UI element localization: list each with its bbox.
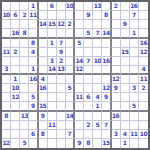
cell-r15c4[interactable]: 6 xyxy=(29,130,38,139)
cell-r12c5[interactable]: 15 xyxy=(39,102,48,111)
cell-r6c16[interactable]: 12 xyxy=(139,48,148,57)
cell-r10c3[interactable] xyxy=(20,84,29,93)
cell-r14c1[interactable] xyxy=(2,121,11,130)
cell-r7c14[interactable] xyxy=(121,57,130,66)
cell-r9c6[interactable] xyxy=(48,75,57,84)
cell-r14c13[interactable] xyxy=(112,121,121,130)
cell-r10c4[interactable] xyxy=(29,84,38,93)
cell-r15c3[interactable] xyxy=(20,130,29,139)
cell-r2c14[interactable] xyxy=(121,11,130,20)
cell-r4c14[interactable] xyxy=(121,29,130,38)
cell-r2c11[interactable] xyxy=(93,11,102,20)
cell-r10c14[interactable] xyxy=(121,84,130,93)
cell-r5c6[interactable]: 1 xyxy=(48,39,57,48)
cell-r15c10[interactable] xyxy=(84,130,93,139)
cell-r12c15[interactable]: 5 xyxy=(130,102,139,111)
cell-r5c13[interactable] xyxy=(112,39,121,48)
cell-r15c12[interactable] xyxy=(102,130,111,139)
cell-r1c3[interactable] xyxy=(20,2,29,11)
cell-r15c13[interactable]: 3 xyxy=(112,130,121,139)
cell-r8c16[interactable]: 4 xyxy=(139,66,148,75)
cell-r11c16[interactable] xyxy=(139,93,148,102)
cell-r12c14[interactable] xyxy=(121,102,130,111)
cell-r14c8[interactable] xyxy=(66,121,75,130)
cell-r1c5[interactable] xyxy=(39,2,48,11)
cell-r3c14[interactable]: 9 xyxy=(121,20,130,29)
cell-r5c3[interactable] xyxy=(20,39,29,48)
cell-r8c5[interactable] xyxy=(39,66,48,75)
cell-r4c12[interactable]: 14 xyxy=(102,29,111,38)
cell-r14c7[interactable] xyxy=(57,121,66,130)
cell-r11c5[interactable] xyxy=(39,93,48,102)
cell-r16c7[interactable] xyxy=(57,139,66,148)
cell-r5c5[interactable] xyxy=(39,39,48,48)
cell-r6c11[interactable] xyxy=(93,48,102,57)
cell-r3c15[interactable] xyxy=(130,20,139,29)
cell-r11c11[interactable]: 4 xyxy=(93,93,102,102)
cell-r16c8[interactable] xyxy=(66,139,75,148)
cell-r15c15[interactable]: 11 xyxy=(130,130,139,139)
cell-r16c10[interactable]: 8 xyxy=(84,139,93,148)
cell-r9c10[interactable] xyxy=(84,75,93,84)
cell-r3c4[interactable] xyxy=(29,20,38,29)
cell-r8c7[interactable]: 13 xyxy=(57,66,66,75)
cell-r15c7[interactable] xyxy=(57,130,66,139)
cell-r12c12[interactable] xyxy=(102,102,111,111)
cell-r5c12[interactable] xyxy=(102,39,111,48)
cell-r13c11[interactable] xyxy=(93,112,102,121)
cell-r8c13[interactable] xyxy=(112,66,121,75)
cell-r2c6[interactable] xyxy=(48,11,57,20)
cell-r9c8[interactable] xyxy=(66,75,75,84)
cell-r3c11[interactable] xyxy=(93,20,102,29)
cell-r15c16[interactable]: 10 xyxy=(139,130,148,139)
cell-r1c6[interactable]: 6 xyxy=(48,2,57,11)
cell-r14c11[interactable]: 5 xyxy=(93,121,102,130)
cell-r7c10[interactable]: 7 xyxy=(84,57,93,66)
cell-r1c2[interactable] xyxy=(11,2,20,11)
cell-r4c5[interactable] xyxy=(39,29,48,38)
cell-r16c14[interactable]: 1 xyxy=(121,139,130,148)
cell-r8c1[interactable]: 3 xyxy=(2,66,11,75)
cell-r16c12[interactable]: 15 xyxy=(102,139,111,148)
cell-r5c10[interactable] xyxy=(84,39,93,48)
cell-r4c15[interactable]: 1 xyxy=(130,29,139,38)
cell-r8c15[interactable] xyxy=(130,66,139,75)
cell-r16c13[interactable] xyxy=(112,139,121,148)
cell-r2c7[interactable] xyxy=(57,11,66,20)
cell-r12c9[interactable] xyxy=(75,102,84,111)
cell-r5c2[interactable] xyxy=(11,39,20,48)
cell-r1c15[interactable]: 16 xyxy=(130,2,139,11)
cell-r3c2[interactable] xyxy=(11,20,20,29)
cell-r11c4[interactable]: 5 xyxy=(29,93,38,102)
cell-r14c3[interactable] xyxy=(20,121,29,130)
cell-r12c3[interactable] xyxy=(20,102,29,111)
cell-r6c15[interactable] xyxy=(130,48,139,57)
cell-r13c1[interactable]: 8 xyxy=(2,112,11,121)
cell-r5c15[interactable] xyxy=(130,39,139,48)
cell-r9c13[interactable]: 12 xyxy=(112,75,121,84)
cell-r14c9[interactable] xyxy=(75,121,84,130)
cell-r10c12[interactable]: 12 xyxy=(102,84,111,93)
cell-r15c5[interactable]: 8 xyxy=(39,130,48,139)
cell-r7c8[interactable] xyxy=(66,57,75,66)
cell-r12c13[interactable] xyxy=(112,102,121,111)
cell-r1c4[interactable]: 1 xyxy=(29,2,38,11)
cell-r6c6[interactable] xyxy=(48,48,57,57)
cell-r11c15[interactable] xyxy=(130,93,139,102)
cell-r15c14[interactable]: 4 xyxy=(121,130,130,139)
cell-r9c3[interactable] xyxy=(20,75,29,84)
cell-r4c1[interactable] xyxy=(2,29,11,38)
cell-r14c14[interactable] xyxy=(121,121,130,130)
cell-r3c13[interactable] xyxy=(112,20,121,29)
cell-r5c14[interactable] xyxy=(121,39,130,48)
cell-r10c15[interactable]: 3 xyxy=(130,84,139,93)
cell-r4c2[interactable]: 16 xyxy=(11,29,20,38)
cell-r4c11[interactable]: 7 xyxy=(93,29,102,38)
cell-r15c11[interactable] xyxy=(93,130,102,139)
cell-r14c2[interactable] xyxy=(11,121,20,130)
cell-r16c15[interactable] xyxy=(130,139,139,148)
cell-r7c1[interactable] xyxy=(2,57,11,66)
cell-r9c14[interactable] xyxy=(121,75,130,84)
cell-r11c2[interactable]: 12 xyxy=(11,93,20,102)
cell-r1c10[interactable] xyxy=(84,2,93,11)
cell-r10c2[interactable]: 10 xyxy=(11,84,20,93)
cell-r12c4[interactable]: 9 xyxy=(29,102,38,111)
cell-r3c8[interactable]: 2 xyxy=(66,20,75,29)
cell-r1c1[interactable] xyxy=(2,2,11,11)
cell-r4c4[interactable] xyxy=(29,29,38,38)
cell-r2c5[interactable] xyxy=(39,11,48,20)
cell-r16c2[interactable] xyxy=(11,139,20,148)
cell-r13c15[interactable] xyxy=(130,112,139,121)
cell-r10c11[interactable] xyxy=(93,84,102,93)
cell-r11c3[interactable] xyxy=(20,93,29,102)
cell-r2c3[interactable]: 2 xyxy=(20,11,29,20)
cell-r2c1[interactable]: 10 xyxy=(2,11,11,20)
cell-r13c14[interactable] xyxy=(121,112,130,121)
cell-r9c2[interactable]: 1 xyxy=(11,75,20,84)
cell-r3c7[interactable]: 12 xyxy=(57,20,66,29)
cell-r10c5[interactable]: 16 xyxy=(39,84,48,93)
cell-r16c5[interactable] xyxy=(39,139,48,148)
cell-r11c14[interactable] xyxy=(121,93,130,102)
cell-r9c11[interactable] xyxy=(93,75,102,84)
cell-r4c10[interactable]: 5 xyxy=(84,29,93,38)
cell-r16c6[interactable] xyxy=(48,139,57,148)
cell-r11c13[interactable] xyxy=(112,93,121,102)
cell-r3c1[interactable] xyxy=(2,20,11,29)
cell-r6c2[interactable]: 2 xyxy=(11,48,20,57)
cell-r2c8[interactable] xyxy=(66,11,75,20)
cell-r13c4[interactable] xyxy=(29,112,38,121)
cell-r1c8[interactable]: 10 xyxy=(66,2,75,11)
cell-r16c3[interactable]: 5 xyxy=(20,139,29,148)
cell-r14c12[interactable]: 7 xyxy=(102,121,111,130)
cell-r4c16[interactable] xyxy=(139,29,148,38)
cell-r4c7[interactable] xyxy=(57,29,66,38)
cell-r14c5[interactable] xyxy=(39,121,48,130)
cell-r7c15[interactable] xyxy=(130,57,139,66)
cell-r11c8[interactable] xyxy=(66,93,75,102)
cell-r6c1[interactable]: 11 xyxy=(2,48,11,57)
cell-r9c16[interactable]: 11 xyxy=(139,75,148,84)
cell-r8c9[interactable]: 12 xyxy=(75,66,84,75)
cell-r10c16[interactable]: 2 xyxy=(139,84,148,93)
cell-r6c8[interactable] xyxy=(66,48,75,57)
cell-r10c1[interactable] xyxy=(2,84,11,93)
cell-r7c13[interactable] xyxy=(112,57,121,66)
cell-r12c8[interactable] xyxy=(66,102,75,111)
cell-r9c1[interactable] xyxy=(2,75,11,84)
cell-r10c10[interactable] xyxy=(84,84,93,93)
cell-r7c2[interactable] xyxy=(11,57,20,66)
cell-r12c16[interactable] xyxy=(139,102,148,111)
cell-r13c12[interactable] xyxy=(102,112,111,121)
cell-r1c14[interactable] xyxy=(121,2,130,11)
cell-r11c12[interactable]: 9 xyxy=(102,93,111,102)
cell-r1c11[interactable]: 13 xyxy=(93,2,102,11)
cell-r3c5[interactable]: 14 xyxy=(39,20,48,29)
cell-r3c9[interactable] xyxy=(75,20,84,29)
cell-r2c4[interactable]: 11 xyxy=(29,11,38,20)
cell-r7c16[interactable] xyxy=(139,57,148,66)
cell-r7c3[interactable] xyxy=(20,57,29,66)
cell-r16c4[interactable] xyxy=(29,139,38,148)
cell-r9c15[interactable] xyxy=(130,75,139,84)
cell-r11c9[interactable]: 11 xyxy=(75,93,84,102)
cell-r8c2[interactable] xyxy=(11,66,20,75)
cell-r13c2[interactable] xyxy=(11,112,20,121)
cell-r16c16[interactable] xyxy=(139,139,148,148)
cell-r16c1[interactable]: 12 xyxy=(2,139,11,148)
cell-r9c7[interactable] xyxy=(57,75,66,84)
cell-r13c10[interactable] xyxy=(84,112,93,121)
cell-r11c1[interactable] xyxy=(2,93,11,102)
cell-r6c4[interactable]: 4 xyxy=(29,48,38,57)
cell-r4c3[interactable]: 8 xyxy=(20,29,29,38)
cell-r8c6[interactable]: 14 xyxy=(48,66,57,75)
cell-r7c11[interactable]: 10 xyxy=(93,57,102,66)
cell-r12c2[interactable] xyxy=(11,102,20,111)
cell-r3c10[interactable] xyxy=(84,20,93,29)
cell-r14c10[interactable]: 2 xyxy=(84,121,93,130)
cell-r7c5[interactable] xyxy=(39,57,48,66)
cell-r10c9[interactable] xyxy=(75,84,84,93)
cell-r1c7[interactable] xyxy=(57,2,66,11)
cell-r11c7[interactable] xyxy=(57,93,66,102)
cell-r13c3[interactable]: 13 xyxy=(20,112,29,121)
cell-r15c2[interactable] xyxy=(11,130,20,139)
cell-r5c4[interactable]: 8 xyxy=(29,39,38,48)
cell-r13c9[interactable] xyxy=(75,112,84,121)
cell-r14c4[interactable] xyxy=(29,121,38,130)
cell-r2c10[interactable]: 9 xyxy=(84,11,93,20)
cell-r7c9[interactable]: 14 xyxy=(75,57,84,66)
cell-r2c13[interactable] xyxy=(112,11,121,20)
cell-r5c16[interactable]: 16 xyxy=(139,39,148,48)
cell-r4c8[interactable] xyxy=(66,29,75,38)
cell-r9c9[interactable] xyxy=(75,75,84,84)
cell-r4c13[interactable] xyxy=(112,29,121,38)
cell-r16c11[interactable] xyxy=(93,139,102,148)
cell-r4c6[interactable] xyxy=(48,29,57,38)
cell-r6c5[interactable] xyxy=(39,48,48,57)
cell-r14c6[interactable]: 11 xyxy=(48,121,57,130)
cell-r13c16[interactable] xyxy=(139,112,148,121)
cell-r12c6[interactable] xyxy=(48,102,57,111)
cell-r3c6[interactable]: 15 xyxy=(48,20,57,29)
cell-r6c10[interactable] xyxy=(84,48,93,57)
cell-r15c1[interactable] xyxy=(2,130,11,139)
cell-r6c13[interactable] xyxy=(112,48,121,57)
cell-r13c5[interactable]: 9 xyxy=(39,112,48,121)
cell-r6c12[interactable] xyxy=(102,48,111,57)
cell-r15c9[interactable] xyxy=(75,130,84,139)
cell-r1c12[interactable] xyxy=(102,2,111,11)
cell-r7c7[interactable]: 2 xyxy=(57,57,66,66)
cell-r5c9[interactable]: 5 xyxy=(75,39,84,48)
cell-r13c6[interactable] xyxy=(48,112,57,121)
cell-r1c13[interactable]: 2 xyxy=(112,2,121,11)
cell-r13c8[interactable]: 14 xyxy=(66,112,75,121)
cell-r7c4[interactable] xyxy=(29,57,38,66)
cell-r12c11[interactable]: 1 xyxy=(93,102,102,111)
cell-r8c12[interactable] xyxy=(102,66,111,75)
cell-r8c14[interactable] xyxy=(121,66,130,75)
cell-r15c6[interactable] xyxy=(48,130,57,139)
cell-r2c16[interactable] xyxy=(139,11,148,20)
cell-r1c9[interactable] xyxy=(75,2,84,11)
cell-r8c10[interactable] xyxy=(84,66,93,75)
cell-r5c7[interactable]: 7 xyxy=(57,39,66,48)
sudoku-board: 1610132161062119871415122916857141817516… xyxy=(0,0,150,150)
cell-r13c7[interactable] xyxy=(57,112,66,121)
cell-r10c6[interactable] xyxy=(48,84,57,93)
cell-r9c4[interactable]: 16 xyxy=(29,75,38,84)
cell-r5c11[interactable] xyxy=(93,39,102,48)
cell-r4c9[interactable] xyxy=(75,29,84,38)
cell-r10c7[interactable] xyxy=(57,84,66,93)
cell-r10c13[interactable]: 9 xyxy=(112,84,121,93)
cell-r8c3[interactable] xyxy=(20,66,29,75)
cell-r2c9[interactable] xyxy=(75,11,84,20)
cell-r3c16[interactable] xyxy=(139,20,148,29)
cell-r8c11[interactable] xyxy=(93,66,102,75)
cell-r8c4[interactable]: 1 xyxy=(29,66,38,75)
cell-r10c8[interactable]: 5 xyxy=(66,84,75,93)
cell-r15c8[interactable]: 7 xyxy=(66,130,75,139)
cell-r12c10[interactable] xyxy=(84,102,93,111)
cell-r12c1[interactable] xyxy=(2,102,11,111)
cell-r3c12[interactable] xyxy=(102,20,111,29)
cell-r11c10[interactable]: 6 xyxy=(84,93,93,102)
cell-r7c12[interactable]: 16 xyxy=(102,57,111,66)
cell-r5c1[interactable] xyxy=(2,39,11,48)
cell-r14c15[interactable] xyxy=(130,121,139,130)
cell-r6c9[interactable] xyxy=(75,48,84,57)
cell-r1c16[interactable] xyxy=(139,2,148,11)
cell-r2c15[interactable]: 7 xyxy=(130,11,139,20)
cell-r14c16[interactable] xyxy=(139,121,148,130)
cell-r9c12[interactable] xyxy=(102,75,111,84)
cell-r8c8[interactable] xyxy=(66,66,75,75)
cell-r6c7[interactable]: 9 xyxy=(57,48,66,57)
cell-r3c3[interactable] xyxy=(20,20,29,29)
cell-r9c5[interactable]: 4 xyxy=(39,75,48,84)
cell-r6c14[interactable]: 15 xyxy=(121,48,130,57)
cell-r2c2[interactable]: 6 xyxy=(11,11,20,20)
cell-r11c6[interactable] xyxy=(48,93,57,102)
cell-r16c9[interactable]: 9 xyxy=(75,139,84,148)
cell-r2c12[interactable]: 8 xyxy=(102,11,111,20)
cell-r7c6[interactable]: 3 xyxy=(48,57,57,66)
cell-r5c8[interactable] xyxy=(66,39,75,48)
cell-r12c7[interactable] xyxy=(57,102,66,111)
cell-r13c13[interactable]: 16 xyxy=(112,112,121,121)
cell-r6c3[interactable] xyxy=(20,48,29,57)
